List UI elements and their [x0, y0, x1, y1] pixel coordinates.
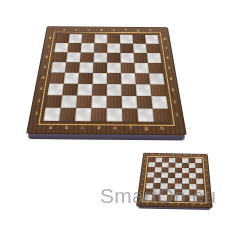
- square-e8: [107, 35, 120, 44]
- square-f8: [120, 35, 133, 44]
- square-e3: [107, 84, 122, 96]
- coordinate-label: f: [186, 204, 187, 206]
- square-a5: [51, 62, 66, 73]
- coordinate-label: g: [193, 204, 195, 206]
- square-d2: [91, 96, 106, 109]
- coordinate-label: 6: [206, 170, 208, 172]
- coordinate-label: 3: [171, 88, 175, 92]
- square-d6: [93, 53, 107, 63]
- coordinate-label: c: [165, 154, 166, 156]
- coordinate-label: 8: [205, 160, 207, 162]
- square-g8: [132, 35, 145, 44]
- coordinate-label: g: [137, 29, 140, 32]
- square-e4: [107, 73, 121, 84]
- coordinate-label: d: [172, 154, 173, 156]
- coordinate-label: 2: [207, 192, 209, 194]
- coordinate-label: 4: [41, 76, 45, 80]
- coordinate-label: 6: [166, 56, 169, 59]
- coordinate-label: b: [75, 28, 78, 31]
- coordinate-label: 1: [175, 113, 179, 117]
- coords-top: abcdefgh: [57, 26, 157, 34]
- coordinate-label: 3: [207, 186, 209, 188]
- square-h3: [197, 184, 205, 190]
- coordinate-label: 5: [43, 65, 46, 68]
- playing-field: [144, 157, 205, 202]
- coordinate-label: 3: [141, 185, 143, 187]
- coordinate-label: 7: [144, 164, 146, 166]
- square-f1: [122, 108, 138, 121]
- coordinate-label: d: [97, 126, 100, 131]
- product-photo-page: { "game": "chess", "position": { "fen": …: [0, 0, 228, 228]
- coordinate-label: f: [125, 29, 127, 32]
- coordinate-label: c: [162, 203, 163, 205]
- square-c5: [79, 62, 93, 73]
- coordinate-label: c: [88, 29, 90, 32]
- coordinate-label: e: [113, 126, 116, 131]
- square-a6: [53, 52, 68, 62]
- square-h6: [147, 53, 162, 63]
- coordinate-label: a: [152, 154, 153, 156]
- coordinate-label: 5: [142, 174, 144, 176]
- square-e1: [107, 108, 123, 121]
- coordinate-label: h: [200, 204, 202, 206]
- square-e2: [107, 96, 122, 109]
- coords-bottom: abcdefgh: [143, 201, 205, 208]
- coordinate-label: e: [178, 204, 180, 206]
- coordinate-label: 3: [39, 87, 43, 91]
- square-c7: [81, 43, 95, 52]
- board-frame: abcdefghabcdefgh8765432187654321: [26, 26, 187, 135]
- square-a7: [54, 43, 68, 52]
- square-e6: [107, 53, 121, 63]
- coordinate-label: 6: [143, 169, 145, 171]
- square-b2: [61, 95, 77, 108]
- coordinate-label: 4: [169, 77, 173, 81]
- square-c1: [75, 108, 91, 121]
- square-b4: [64, 73, 79, 84]
- coordinate-label: h: [161, 127, 165, 132]
- coordinate-label: 1: [140, 197, 142, 199]
- square-d5: [93, 62, 107, 73]
- coordinate-label: 8: [48, 37, 51, 40]
- coordinate-label: 2: [37, 99, 41, 103]
- coordinate-label: 1: [34, 112, 38, 116]
- square-a8: [56, 34, 70, 43]
- coordinate-label: 4: [206, 180, 208, 182]
- coordinate-label: a: [147, 203, 149, 205]
- playing-field: [43, 34, 169, 122]
- coordinate-label: b: [158, 154, 159, 156]
- square-d3: [92, 84, 107, 96]
- square-f5: [121, 63, 135, 74]
- coordinate-label: h: [149, 29, 152, 32]
- square-c8: [81, 34, 94, 43]
- square-a3: [47, 84, 63, 96]
- square-e6: [175, 167, 182, 172]
- square-c4: [78, 73, 93, 84]
- coordinate-label: 7: [47, 46, 50, 49]
- square-b7: [67, 43, 81, 52]
- square-h8: [145, 35, 159, 44]
- square-b6: [66, 52, 80, 62]
- square-h5: [148, 63, 163, 74]
- coordinate-label: 5: [168, 67, 171, 70]
- square-g5: [134, 63, 149, 74]
- square-h1: [153, 109, 170, 122]
- coordinate-label: f: [130, 126, 132, 131]
- coords-bottom: abcdefgh: [41, 122, 171, 135]
- square-d5: [168, 173, 175, 178]
- coordinate-label: 7: [205, 165, 207, 167]
- coordinate-label: a: [48, 126, 52, 131]
- coordinate-label: g: [191, 155, 192, 157]
- coordinate-label: c: [81, 126, 84, 131]
- square-e7: [107, 43, 120, 52]
- square-f4: [121, 73, 136, 84]
- square-g3: [136, 84, 152, 96]
- square-c6: [80, 52, 94, 62]
- square-f1: [182, 195, 190, 201]
- coordinate-label: 8: [163, 38, 166, 41]
- square-a2: [45, 95, 62, 108]
- square-b8: [69, 34, 83, 43]
- square-d1: [91, 108, 107, 121]
- square-h7: [146, 44, 160, 53]
- board-frame: abcdefghabcdefgh8765432187654321: [136, 153, 213, 208]
- coordinate-label: 2: [140, 190, 142, 192]
- coordinate-label: 7: [165, 47, 168, 50]
- square-h3: [150, 84, 166, 96]
- square-h2: [151, 96, 168, 109]
- square-c3: [77, 84, 92, 96]
- square-f6: [120, 53, 134, 63]
- square-f3: [121, 84, 136, 96]
- square-c4: [160, 178, 167, 184]
- square-d4: [92, 73, 107, 84]
- square-g2: [136, 96, 152, 109]
- square-g4: [135, 73, 150, 84]
- square-f2: [122, 96, 138, 109]
- square-h4: [149, 73, 165, 84]
- coordinate-label: 2: [173, 100, 177, 104]
- square-b5: [65, 62, 80, 73]
- square-h1: [197, 196, 205, 202]
- coordinate-label: e: [113, 29, 116, 32]
- coordinate-label: d: [100, 29, 103, 32]
- square-f7: [120, 43, 134, 52]
- coordinate-label: 5: [206, 175, 208, 177]
- coordinate-label: h: [198, 155, 199, 157]
- coordinate-label: b: [65, 126, 69, 131]
- coordinate-label: 8: [144, 159, 146, 161]
- coordinate-label: g: [144, 127, 148, 132]
- square-e1: [175, 195, 183, 201]
- coordinate-label: 6: [45, 55, 48, 58]
- chess-board-thumbnail: abcdefghabcdefgh8765432187654321: [140, 143, 210, 213]
- square-e3: [175, 184, 182, 190]
- square-a1: [43, 108, 60, 121]
- square-g1: [137, 108, 154, 121]
- square-b1: [59, 108, 76, 121]
- square-g6: [134, 53, 148, 63]
- coordinate-label: d: [170, 204, 172, 206]
- square-a4: [49, 73, 65, 84]
- square-b3: [62, 84, 78, 96]
- square-g7: [133, 44, 147, 53]
- chess-board-main: abcdefghabcdefgh8765432187654321: [38, 4, 176, 142]
- square-d1: [167, 195, 175, 201]
- square-d7: [94, 43, 107, 52]
- square-f5: [182, 173, 189, 179]
- coordinate-label: 4: [142, 179, 144, 181]
- square-d8: [94, 34, 107, 43]
- coordinate-label: a: [63, 28, 66, 31]
- coordinate-label: b: [154, 203, 156, 205]
- coordinate-label: 1: [208, 198, 210, 200]
- square-g7: [189, 163, 196, 168]
- square-e5: [107, 63, 121, 74]
- square-c2: [76, 95, 92, 108]
- coordinate-label: f: [185, 155, 186, 157]
- coordinate-label: e: [178, 155, 179, 157]
